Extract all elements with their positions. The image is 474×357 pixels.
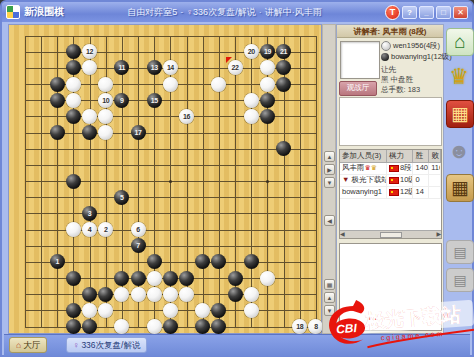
black-stone	[147, 254, 162, 269]
white-stone	[147, 271, 162, 286]
black-stone	[244, 254, 259, 269]
participant-name: bowanying1	[340, 187, 387, 198]
white-stone	[114, 319, 129, 334]
tool-grid-button[interactable]: ▦	[324, 279, 335, 290]
black-stone	[66, 109, 81, 124]
grid-line-v	[251, 36, 252, 327]
white-stone: 2	[98, 222, 113, 237]
black-stone	[260, 93, 275, 108]
white-stone	[211, 77, 226, 92]
black-stone: 17	[131, 125, 146, 140]
black-stone: 3	[82, 206, 97, 221]
participant-rank: 10级	[387, 175, 413, 186]
user-icon[interactable]: ☻	[446, 138, 472, 164]
black-stone	[50, 125, 65, 140]
white-stone	[163, 303, 178, 318]
black-player-name: bowanying1(12级)	[391, 52, 452, 62]
white-stone	[82, 109, 97, 124]
cn-flag-icon	[389, 165, 399, 172]
black-stone	[66, 44, 81, 59]
white-stone: 16	[179, 109, 194, 124]
participant-name: 风丰雨♛♛	[340, 163, 387, 174]
grid-line-h	[25, 213, 316, 214]
taskbar: ⌂大厅 ♀336次复盘/解说	[4, 334, 470, 356]
scroll-up-button[interactable]: ▲	[324, 292, 335, 303]
white-stone	[244, 109, 259, 124]
black-stone	[114, 271, 129, 286]
black-stone	[131, 271, 146, 286]
white-stone: 4	[82, 222, 97, 237]
participants-title: 参加人员(3)	[340, 150, 387, 162]
minimize-button[interactable]: _	[419, 6, 434, 19]
participant-losses: 116	[429, 163, 441, 174]
column-losses: 败	[429, 150, 441, 162]
tab-lobby[interactable]: ⌂大厅	[9, 337, 47, 353]
black-stone	[276, 60, 291, 75]
black-stone	[260, 109, 275, 124]
participant-wins: 1400	[413, 163, 429, 174]
participant-row[interactable]: bowanying112级14	[340, 187, 441, 199]
black-stone: 13	[147, 60, 162, 75]
black-stone	[276, 141, 291, 156]
black-stone	[98, 287, 113, 302]
black-stone	[228, 271, 243, 286]
table-hscrollbar[interactable]: ◀ ▶	[340, 230, 441, 238]
black-stone	[179, 271, 194, 286]
message-box[interactable]	[339, 243, 442, 331]
participants-header-row: 参加人员(3) 棋力 胜 败	[340, 150, 441, 163]
column-rank: 棋力	[387, 150, 413, 162]
star-point	[169, 180, 172, 183]
maximize-button[interactable]: □	[436, 6, 451, 19]
black-stone	[163, 319, 178, 334]
white-stone	[244, 303, 259, 318]
caption-room: 自由对弈室5	[127, 7, 177, 17]
caption-status: 讲解中·风丰雨	[265, 7, 322, 17]
white-stone	[82, 60, 97, 75]
black-stone	[50, 93, 65, 108]
black-stone	[66, 60, 81, 75]
white-stone: 20	[244, 44, 259, 59]
white-stone	[114, 287, 129, 302]
white-stone: 10	[98, 93, 113, 108]
panel-blank-box	[339, 97, 442, 146]
black-stone: 7	[131, 238, 146, 253]
app-icon	[6, 5, 20, 19]
website-grid-icon[interactable]: ▦	[446, 100, 474, 128]
participant-row[interactable]: ▼ 极光下载站10级0	[340, 175, 441, 187]
white-stone: 22	[228, 60, 243, 75]
black-stone	[163, 271, 178, 286]
participant-rank: 12级	[387, 187, 413, 198]
black-stone: 11	[114, 60, 129, 75]
star-point	[266, 180, 269, 183]
participant-row[interactable]: 风丰雨♛♛8段1400116	[340, 163, 441, 175]
tray-icon-2[interactable]: ▤	[446, 268, 474, 292]
kifu-board-icon[interactable]: ▦	[446, 174, 474, 202]
grid-line-h	[25, 262, 316, 263]
participant-losses	[429, 187, 441, 198]
help-button[interactable]: ?	[402, 6, 417, 19]
white-player-row: wen1956(4段)	[381, 41, 440, 51]
white-stone	[131, 287, 146, 302]
white-stone	[98, 303, 113, 318]
client-area: 19211113915175371122014221016426188 ▲ ▶ …	[4, 22, 470, 353]
white-stone: 18	[292, 319, 307, 334]
column-wins: 胜	[413, 150, 429, 162]
scroll-down-button[interactable]: ▼	[324, 305, 335, 316]
total-moves-label: 总手数: 183	[381, 85, 420, 95]
white-stone: 14	[163, 60, 178, 75]
scroll-thumb[interactable]	[380, 232, 402, 238]
app-window: 新浪围棋 自由对弈室5-♀336次复盘/解说·讲解中·风丰雨 T ? _ □ ✕…	[0, 0, 474, 357]
white-stone	[82, 303, 97, 318]
grid-line-v	[316, 36, 317, 327]
grid-line-v	[203, 36, 204, 327]
icon-bar: ⌂ ♛ ▦ ☻ ▦ ▤ ▤	[444, 24, 474, 334]
black-player-row: bowanying1(12级)	[381, 52, 452, 62]
white-stone	[260, 271, 275, 286]
white-stone	[244, 93, 259, 108]
window-title: 新浪围棋	[24, 5, 64, 19]
white-stone	[66, 77, 81, 92]
black-stone: 1	[50, 254, 65, 269]
house-icon: ⌂	[16, 340, 21, 350]
last-move-marker	[226, 57, 232, 63]
white-player-name: wen1956(4段)	[393, 41, 440, 51]
scroll-right-icon[interactable]: ▶	[436, 231, 441, 238]
black-stone: 9	[114, 93, 129, 108]
watch-room-button[interactable]: 观战厅	[339, 81, 377, 96]
white-stone	[147, 319, 162, 334]
game-info-box	[340, 41, 380, 79]
female-icon: ♀	[73, 340, 79, 350]
go-board[interactable]: 19211113915175371122014221016426188	[8, 24, 322, 334]
white-stone	[179, 287, 194, 302]
board-panel-splitter: ▲ ▶ ▼ ◀ ▦ ▲ ▼	[322, 24, 336, 334]
crown-icon[interactable]: ♛	[446, 64, 472, 90]
side-panel: 讲解者: 风丰雨 (8段) 观战厅 wen1956(4段) bowanying1…	[336, 24, 444, 334]
black-stone	[50, 77, 65, 92]
commentator-header: 讲解者: 风丰雨 (8段)	[337, 25, 443, 38]
lobby-house-icon[interactable]: ⌂	[446, 28, 474, 56]
black-stone	[82, 319, 97, 334]
black-stone	[195, 254, 210, 269]
grid-line-h	[25, 197, 316, 198]
nav-down-button[interactable]: ▼	[324, 177, 335, 188]
app-badge-icon: T	[385, 5, 400, 20]
nav-play-button[interactable]: ▶	[324, 164, 335, 175]
white-stone	[98, 109, 113, 124]
scroll-left-icon[interactable]: ◀	[340, 231, 345, 238]
white-stone	[147, 287, 162, 302]
black-stone: 15	[147, 93, 162, 108]
white-stone: 6	[131, 222, 146, 237]
participant-losses	[429, 175, 441, 186]
black-stone	[276, 77, 291, 92]
cn-flag-icon	[389, 177, 399, 184]
triangle-icon: ▼	[342, 175, 352, 184]
black-stone	[211, 303, 226, 318]
participants-table: 参加人员(3) 棋力 胜 败 风丰雨♛♛8段1400116▼ 极光下载站10级0…	[339, 149, 442, 239]
black-stone	[228, 287, 243, 302]
black-stone	[82, 287, 97, 302]
tray-icon-1[interactable]: ▤	[446, 240, 474, 264]
title-bar: 新浪围棋 自由对弈室5-♀336次复盘/解说·讲解中·风丰雨 T ? _ □ ✕	[2, 2, 472, 22]
black-stone	[195, 319, 210, 334]
black-stone	[82, 125, 97, 140]
grid-line-v	[300, 36, 301, 327]
close-button[interactable]: ✕	[453, 6, 468, 19]
gold-crown-icon: ♛	[371, 164, 377, 171]
title-caption: 自由对弈室5-♀336次复盘/解说·讲解中·风丰雨	[64, 6, 385, 19]
black-stone	[211, 319, 226, 334]
white-stone	[98, 77, 113, 92]
white-stone	[163, 77, 178, 92]
white-stone	[260, 60, 275, 75]
cn-flag-icon	[389, 189, 399, 196]
black-stone: 19	[260, 44, 275, 59]
black-stone	[66, 303, 81, 318]
white-stone: 12	[82, 44, 97, 59]
white-stone	[98, 125, 113, 140]
white-stone	[244, 287, 259, 302]
black-stone: 5	[114, 190, 129, 205]
black-stone: 21	[276, 44, 291, 59]
participant-wins: 14	[413, 187, 429, 198]
white-stone	[195, 303, 210, 318]
result-label: 黑 中盘胜	[381, 75, 413, 85]
nav-up-button[interactable]: ▲	[324, 151, 335, 162]
white-stone-icon	[381, 41, 391, 51]
white-stone	[260, 77, 275, 92]
black-stone-icon	[381, 53, 389, 61]
black-stone	[66, 271, 81, 286]
participant-name: ▼ 极光下载站	[340, 175, 387, 186]
white-stone	[66, 222, 81, 237]
black-stone	[211, 254, 226, 269]
participant-wins: 0	[413, 175, 429, 186]
black-stone	[66, 174, 81, 189]
white-stone	[163, 287, 178, 302]
grid-line-h	[25, 246, 316, 247]
caption-session: 336次复盘/解说	[193, 7, 256, 17]
tab-room[interactable]: ♀336次复盘/解说	[66, 337, 147, 353]
black-stone	[66, 319, 81, 334]
handicap-label: 让先	[381, 65, 396, 75]
nav-back-button[interactable]: ◀	[324, 215, 335, 226]
white-stone	[66, 93, 81, 108]
participant-rank: 8段	[387, 163, 413, 174]
